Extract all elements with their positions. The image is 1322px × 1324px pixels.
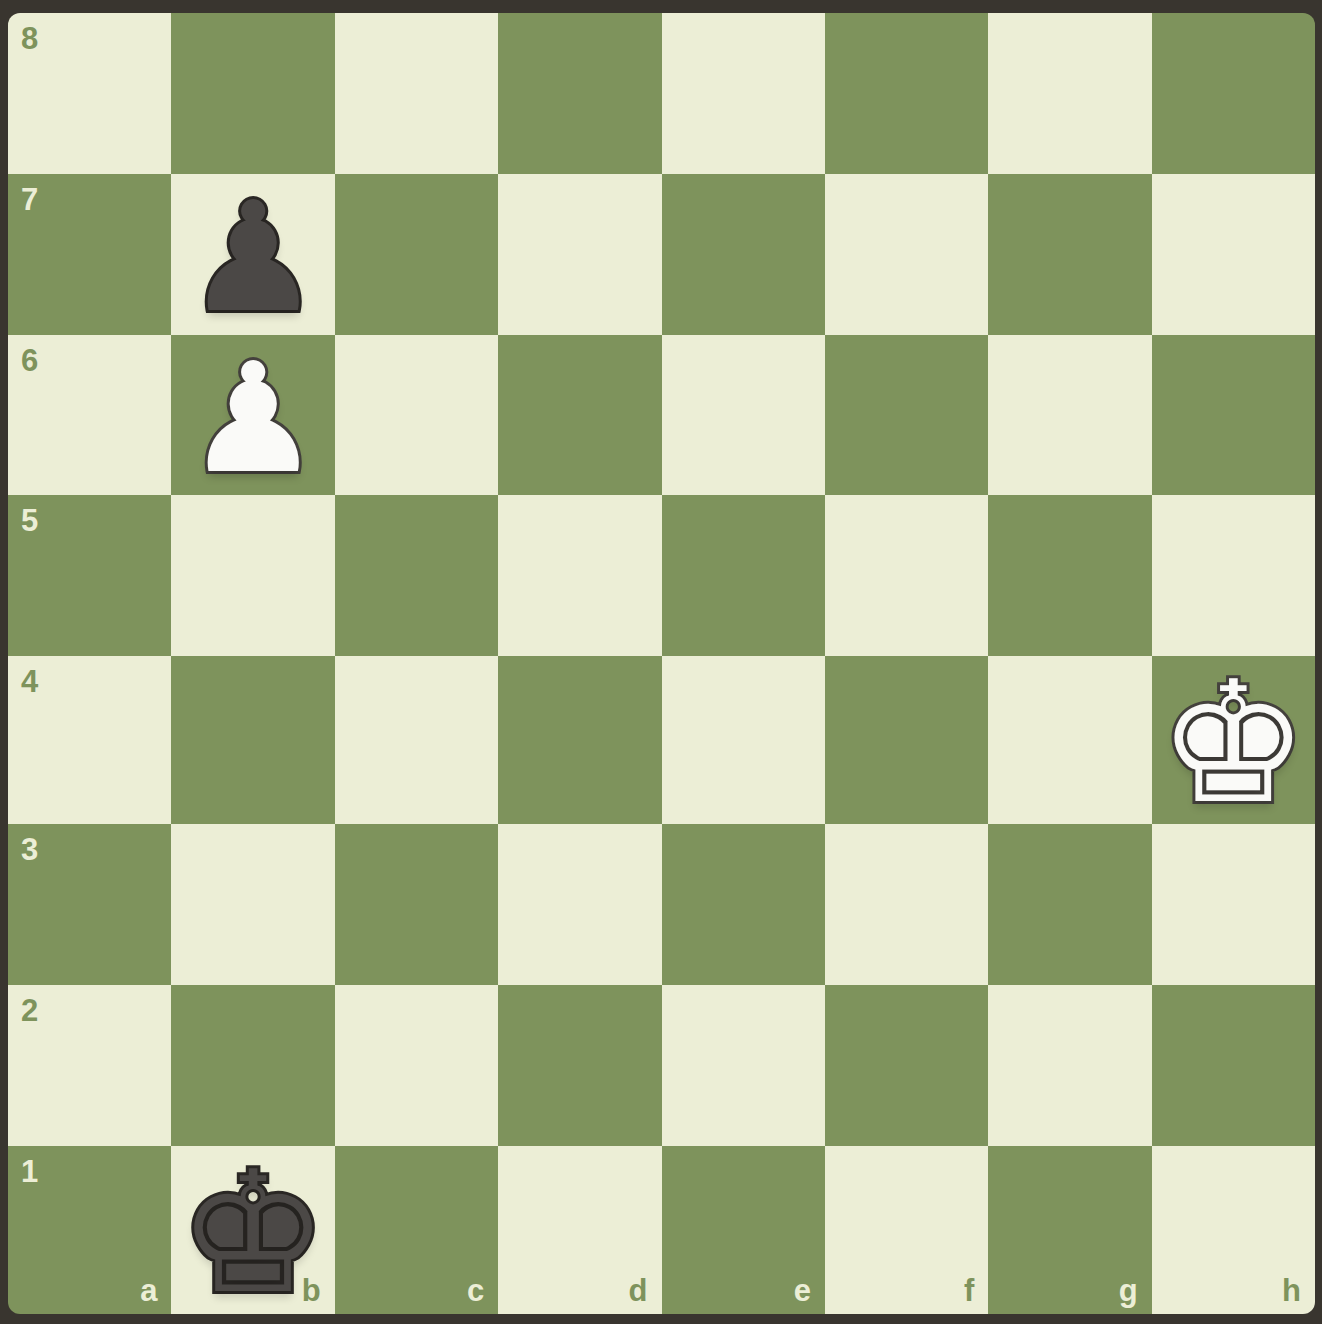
rank-label-3: 3: [21, 834, 38, 865]
square-a8[interactable]: 8: [8, 13, 171, 174]
square-g3[interactable]: [988, 824, 1151, 985]
square-e4[interactable]: [662, 656, 825, 824]
file-label-g: g: [1119, 1275, 1138, 1306]
square-a3[interactable]: 3: [8, 824, 171, 985]
square-c7[interactable]: [335, 174, 498, 335]
piece-black-king-b1[interactable]: ♚: [178, 1149, 329, 1314]
square-e2[interactable]: [662, 985, 825, 1146]
square-e6[interactable]: [662, 335, 825, 496]
piece-white-pawn-b6[interactable]: ♟: [185, 342, 321, 494]
piece-black-pawn-b7[interactable]: ♟: [185, 181, 321, 333]
square-h4[interactable]: ♚: [1152, 656, 1315, 824]
square-g5[interactable]: [988, 495, 1151, 656]
square-b4[interactable]: [171, 656, 334, 824]
square-h5[interactable]: [1152, 495, 1315, 656]
square-d2[interactable]: [498, 985, 661, 1146]
board-frame: 87♟6♟54♚321ab♚cdefgh: [0, 0, 1322, 1324]
square-h6[interactable]: [1152, 335, 1315, 496]
square-a4[interactable]: 4: [8, 656, 171, 824]
piece-white-king-h4[interactable]: ♚: [1158, 660, 1309, 828]
square-d5[interactable]: [498, 495, 661, 656]
square-b2[interactable]: [171, 985, 334, 1146]
file-label-d: d: [629, 1275, 648, 1306]
square-f7[interactable]: [825, 174, 988, 335]
square-g7[interactable]: [988, 174, 1151, 335]
square-a2[interactable]: 2: [8, 985, 171, 1146]
square-d3[interactable]: [498, 824, 661, 985]
square-e1[interactable]: e: [662, 1146, 825, 1314]
square-h1[interactable]: h: [1152, 1146, 1315, 1314]
rank-label-6: 6: [21, 345, 38, 376]
square-d8[interactable]: [498, 13, 661, 174]
square-e8[interactable]: [662, 13, 825, 174]
square-f2[interactable]: [825, 985, 988, 1146]
square-e5[interactable]: [662, 495, 825, 656]
square-c1[interactable]: c: [335, 1146, 498, 1314]
square-c4[interactable]: [335, 656, 498, 824]
square-a1[interactable]: 1a: [8, 1146, 171, 1314]
square-f4[interactable]: [825, 656, 988, 824]
square-d6[interactable]: [498, 335, 661, 496]
square-c5[interactable]: [335, 495, 498, 656]
square-b8[interactable]: [171, 13, 334, 174]
square-a5[interactable]: 5: [8, 495, 171, 656]
square-d4[interactable]: [498, 656, 661, 824]
square-h2[interactable]: [1152, 985, 1315, 1146]
square-b6[interactable]: ♟: [171, 335, 334, 496]
square-b5[interactable]: [171, 495, 334, 656]
square-c8[interactable]: [335, 13, 498, 174]
square-c2[interactable]: [335, 985, 498, 1146]
file-label-a: a: [140, 1275, 157, 1306]
square-d1[interactable]: d: [498, 1146, 661, 1314]
square-f3[interactable]: [825, 824, 988, 985]
square-h8[interactable]: [1152, 13, 1315, 174]
rank-label-2: 2: [21, 995, 38, 1026]
square-c3[interactable]: [335, 824, 498, 985]
rank-label-5: 5: [21, 505, 38, 536]
rank-label-7: 7: [21, 184, 38, 215]
rank-label-1: 1: [21, 1156, 38, 1187]
square-h3[interactable]: [1152, 824, 1315, 985]
square-d7[interactable]: [498, 174, 661, 335]
file-label-h: h: [1282, 1275, 1301, 1306]
square-g4[interactable]: [988, 656, 1151, 824]
square-f5[interactable]: [825, 495, 988, 656]
square-a7[interactable]: 7: [8, 174, 171, 335]
file-label-e: e: [794, 1275, 811, 1306]
square-e3[interactable]: [662, 824, 825, 985]
file-label-c: c: [467, 1275, 484, 1306]
rank-label-8: 8: [21, 23, 38, 54]
square-f8[interactable]: [825, 13, 988, 174]
square-g1[interactable]: g: [988, 1146, 1151, 1314]
square-f1[interactable]: f: [825, 1146, 988, 1314]
square-b1[interactable]: b♚: [171, 1146, 334, 1314]
square-g2[interactable]: [988, 985, 1151, 1146]
chess-board: 87♟6♟54♚321ab♚cdefgh: [8, 13, 1315, 1314]
rank-label-4: 4: [21, 666, 38, 697]
square-h7[interactable]: [1152, 174, 1315, 335]
square-b7[interactable]: ♟: [171, 174, 334, 335]
square-g8[interactable]: [988, 13, 1151, 174]
square-a6[interactable]: 6: [8, 335, 171, 496]
square-c6[interactable]: [335, 335, 498, 496]
square-e7[interactable]: [662, 174, 825, 335]
square-f6[interactable]: [825, 335, 988, 496]
file-label-f: f: [964, 1275, 974, 1306]
square-b3[interactable]: [171, 824, 334, 985]
square-g6[interactable]: [988, 335, 1151, 496]
